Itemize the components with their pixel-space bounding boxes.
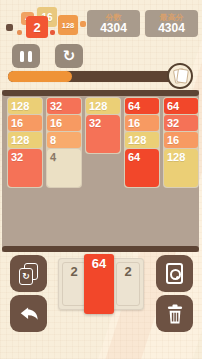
tile-32: 32 [164, 115, 198, 131]
tile-64: 64 [125, 98, 159, 114]
board-top-edge [2, 90, 199, 96]
tile-64: 64 [164, 98, 198, 114]
pause-icon [28, 51, 32, 62]
logo-dot [6, 24, 13, 31]
tile-128: 128 [164, 149, 198, 187]
logo-dot [17, 30, 22, 35]
restart-icon: ↻ [63, 45, 76, 67]
logo-tile-2: 2 [26, 16, 48, 38]
tile-16: 16 [8, 115, 42, 131]
trash-icon [165, 303, 185, 325]
pause-icon [20, 51, 24, 62]
tile-4: 4 [47, 149, 81, 187]
app-logo: 16 4 128 2 [0, 0, 88, 44]
tile-64: 64 [125, 149, 159, 187]
tile-128: 128 [8, 132, 42, 148]
queue-card-left: 2 [62, 262, 86, 306]
tile-16: 16 [125, 115, 159, 131]
deck-icon [167, 63, 193, 89]
tile-16: 16 [164, 132, 198, 148]
column[interactable]: 321684 [46, 97, 82, 188]
game-board: 128161283232168412832641612864643216128 [2, 90, 199, 252]
wild-card-icon [166, 263, 183, 284]
logo-tile-128: 128 [58, 15, 78, 35]
column[interactable]: 12832 [85, 97, 121, 154]
column[interactable]: 641612864 [124, 97, 160, 188]
tile-8: 8 [47, 132, 81, 148]
best-score-box: 最高分 4304 [145, 10, 198, 37]
tile-32: 32 [8, 149, 42, 187]
queue-card-right: 2 [116, 262, 140, 306]
swap-cards-icon: ↻ [19, 263, 38, 285]
column[interactable]: 1281612832 [7, 97, 43, 188]
undo-button[interactable] [10, 295, 47, 332]
restart-button[interactable]: ↻ [55, 44, 83, 68]
logo-dot [50, 30, 55, 35]
current-card[interactable]: 64 [84, 254, 114, 314]
card-stack-icon [176, 68, 189, 83]
score-box: 分数 4304 [87, 10, 140, 37]
trash-button[interactable] [156, 295, 193, 332]
logo-dot [80, 21, 86, 27]
tile-16: 16 [47, 115, 81, 131]
swap-cards-button[interactable]: ↻ [10, 255, 47, 292]
tile-32: 32 [47, 98, 81, 114]
best-score-value: 4304 [158, 22, 185, 35]
score-value: 4304 [100, 22, 127, 35]
wild-card-button[interactable] [156, 255, 193, 292]
tile-32: 32 [86, 115, 120, 153]
game-screen: 16 4 128 2 分数 4304 最高分 4304 ↻ 1281612832… [0, 0, 202, 359]
tile-128: 128 [8, 98, 42, 114]
column[interactable]: 643216128 [163, 97, 199, 188]
board-bottom-edge [2, 246, 199, 252]
pause-button[interactable] [12, 44, 40, 68]
board-columns: 128161283232168412832641612864643216128 [7, 97, 199, 188]
deck-progress-fill [8, 71, 72, 82]
undo-arrow-icon [18, 303, 40, 325]
tile-128: 128 [86, 98, 120, 114]
tile-128: 128 [125, 132, 159, 148]
deck-progress-bar [8, 71, 192, 82]
